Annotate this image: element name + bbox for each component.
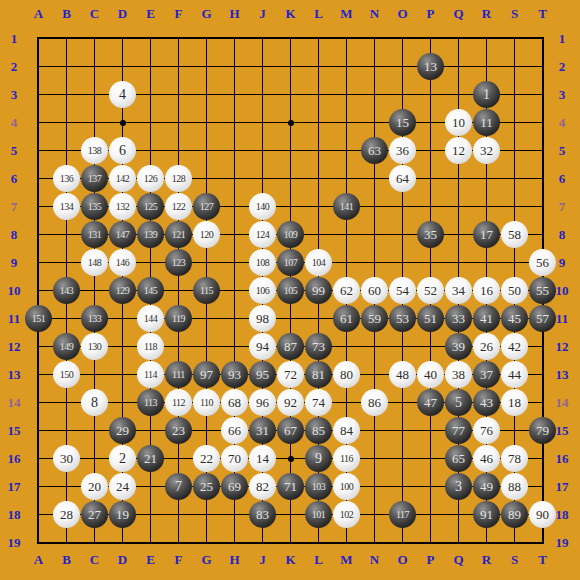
white-stone-S17[interactable]: 88 xyxy=(501,473,528,500)
white-stone-K14[interactable]: 92 xyxy=(277,389,304,416)
black-stone-K9[interactable]: 107 xyxy=(277,249,304,276)
move-number: 108 xyxy=(256,257,270,268)
black-stone-H17[interactable]: 69 xyxy=(221,473,248,500)
move-number: 95 xyxy=(256,367,269,383)
row-label-17-right: 17 xyxy=(551,479,573,495)
black-stone-Q14[interactable]: 5 xyxy=(445,389,472,416)
row-label-13-left: 13 xyxy=(3,367,25,383)
move-number: 47 xyxy=(424,395,437,411)
white-stone-E13[interactable]: 114 xyxy=(137,361,164,388)
black-stone-O4[interactable]: 15 xyxy=(389,109,416,136)
move-number: 30 xyxy=(60,451,73,467)
move-number: 55 xyxy=(536,283,549,299)
white-stone-P10[interactable]: 52 xyxy=(417,277,444,304)
black-stone-R11[interactable]: 41 xyxy=(473,305,500,332)
move-number: 123 xyxy=(172,257,186,268)
move-number: 10 xyxy=(452,115,465,131)
white-stone-F6[interactable]: 128 xyxy=(165,165,192,192)
move-number: 70 xyxy=(228,451,241,467)
black-stone-N11[interactable]: 59 xyxy=(361,305,388,332)
black-stone-G7[interactable]: 127 xyxy=(193,193,220,220)
row-label-3-left: 3 xyxy=(3,87,25,103)
move-number: 51 xyxy=(424,311,437,327)
col-label-N-top: N xyxy=(364,6,386,22)
white-stone-D6[interactable]: 142 xyxy=(109,165,136,192)
row-label-5-right: 5 xyxy=(551,143,573,159)
white-stone-Q13[interactable]: 38 xyxy=(445,361,472,388)
move-number: 19 xyxy=(116,507,129,523)
move-number: 39 xyxy=(452,339,465,355)
black-stone-G17[interactable]: 25 xyxy=(193,473,220,500)
black-stone-E8[interactable]: 139 xyxy=(137,221,164,248)
black-stone-K10[interactable]: 105 xyxy=(277,277,304,304)
white-stone-B6[interactable]: 136 xyxy=(53,165,80,192)
move-number: 72 xyxy=(284,367,297,383)
row-label-10-left: 10 xyxy=(3,283,25,299)
white-stone-M15[interactable]: 84 xyxy=(333,417,360,444)
white-stone-J11[interactable]: 98 xyxy=(249,305,276,332)
move-number: 28 xyxy=(60,507,73,523)
black-stone-R13[interactable]: 37 xyxy=(473,361,500,388)
move-number: 147 xyxy=(116,229,130,240)
black-stone-L13[interactable]: 81 xyxy=(305,361,332,388)
white-stone-D5[interactable]: 6 xyxy=(109,137,136,164)
black-stone-K12[interactable]: 87 xyxy=(277,333,304,360)
white-stone-R16[interactable]: 46 xyxy=(473,445,500,472)
move-number: 149 xyxy=(60,341,74,352)
move-number: 141 xyxy=(340,201,354,212)
move-number: 27 xyxy=(88,507,101,523)
row-label-1-right: 1 xyxy=(551,31,573,47)
white-stone-O6[interactable]: 64 xyxy=(389,165,416,192)
black-stone-Q11[interactable]: 33 xyxy=(445,305,472,332)
move-number: 59 xyxy=(368,311,381,327)
col-label-S-bottom: S xyxy=(504,552,526,568)
black-stone-Q15[interactable]: 77 xyxy=(445,417,472,444)
move-number: 113 xyxy=(144,397,157,408)
black-stone-E10[interactable]: 145 xyxy=(137,277,164,304)
black-stone-T11[interactable]: 57 xyxy=(529,305,556,332)
white-stone-H14[interactable]: 68 xyxy=(221,389,248,416)
move-number: 81 xyxy=(312,367,325,383)
white-stone-C5[interactable]: 138 xyxy=(81,137,108,164)
white-stone-N10[interactable]: 60 xyxy=(361,277,388,304)
black-stone-J18[interactable]: 83 xyxy=(249,501,276,528)
white-stone-O5[interactable]: 36 xyxy=(389,137,416,164)
move-number: 46 xyxy=(480,451,493,467)
col-label-Q-top: Q xyxy=(448,6,470,22)
black-stone-O11[interactable]: 53 xyxy=(389,305,416,332)
col-label-N-bottom: N xyxy=(364,552,386,568)
move-number: 58 xyxy=(508,227,521,243)
col-label-A-bottom: A xyxy=(28,552,50,568)
white-stone-J16[interactable]: 14 xyxy=(249,445,276,472)
move-number: 118 xyxy=(144,341,157,352)
black-stone-L18[interactable]: 101 xyxy=(305,501,332,528)
move-number: 84 xyxy=(340,423,353,439)
white-stone-D7[interactable]: 132 xyxy=(109,193,136,220)
white-stone-S12[interactable]: 42 xyxy=(501,333,528,360)
move-number: 145 xyxy=(144,285,158,296)
col-label-R-top: R xyxy=(476,6,498,22)
white-stone-O10[interactable]: 54 xyxy=(389,277,416,304)
col-label-D-top: D xyxy=(112,6,134,22)
white-stone-M16[interactable]: 116 xyxy=(333,445,360,472)
move-number: 140 xyxy=(256,201,270,212)
white-stone-Q10[interactable]: 34 xyxy=(445,277,472,304)
move-number: 121 xyxy=(172,229,186,240)
col-label-C-top: C xyxy=(84,6,106,22)
white-stone-Q5[interactable]: 12 xyxy=(445,137,472,164)
move-number: 131 xyxy=(88,229,102,240)
black-stone-L15[interactable]: 85 xyxy=(305,417,332,444)
move-number: 128 xyxy=(172,173,186,184)
white-stone-J12[interactable]: 94 xyxy=(249,333,276,360)
move-number: 1 xyxy=(483,87,490,103)
move-number: 42 xyxy=(508,339,521,355)
move-number: 130 xyxy=(88,341,102,352)
move-number: 45 xyxy=(508,311,521,327)
white-stone-E11[interactable]: 144 xyxy=(137,305,164,332)
white-stone-D17[interactable]: 24 xyxy=(109,473,136,500)
white-stone-J8[interactable]: 124 xyxy=(249,221,276,248)
white-stone-S14[interactable]: 18 xyxy=(501,389,528,416)
move-number: 34 xyxy=(452,283,465,299)
move-number: 114 xyxy=(144,369,157,380)
move-number: 67 xyxy=(284,423,297,439)
row-label-6-left: 6 xyxy=(3,171,25,187)
go-board: ABCDEFGHJKLMNOPQRST ABCDEFGHJKLMNOPQRST … xyxy=(0,0,580,580)
move-number: 142 xyxy=(116,173,130,184)
white-stone-J10[interactable]: 106 xyxy=(249,277,276,304)
move-number: 37 xyxy=(480,367,493,383)
white-stone-M17[interactable]: 100 xyxy=(333,473,360,500)
white-stone-S13[interactable]: 44 xyxy=(501,361,528,388)
move-number: 150 xyxy=(60,369,74,380)
white-stone-T9[interactable]: 56 xyxy=(529,249,556,276)
white-stone-E12[interactable]: 118 xyxy=(137,333,164,360)
black-stone-D18[interactable]: 19 xyxy=(109,501,136,528)
move-number: 109 xyxy=(284,229,298,240)
white-stone-D16[interactable]: 2 xyxy=(109,445,136,472)
white-stone-F7[interactable]: 122 xyxy=(165,193,192,220)
white-stone-T18[interactable]: 90 xyxy=(529,501,556,528)
row-label-3-right: 3 xyxy=(551,87,573,103)
move-number: 6 xyxy=(119,143,126,159)
col-label-S-top: S xyxy=(504,6,526,22)
white-stone-L14[interactable]: 74 xyxy=(305,389,332,416)
move-number: 63 xyxy=(368,143,381,159)
move-number: 17 xyxy=(480,227,493,243)
white-stone-O13[interactable]: 48 xyxy=(389,361,416,388)
black-stone-K17[interactable]: 71 xyxy=(277,473,304,500)
black-stone-K8[interactable]: 109 xyxy=(277,221,304,248)
black-stone-E7[interactable]: 125 xyxy=(137,193,164,220)
white-stone-C17[interactable]: 20 xyxy=(81,473,108,500)
col-label-P-top: P xyxy=(420,6,442,22)
row-label-19-left: 19 xyxy=(3,535,25,551)
black-stone-L12[interactable]: 73 xyxy=(305,333,332,360)
black-stone-C11[interactable]: 133 xyxy=(81,305,108,332)
move-number: 65 xyxy=(452,451,465,467)
white-stone-M10[interactable]: 62 xyxy=(333,277,360,304)
col-label-F-top: F xyxy=(168,6,190,22)
move-number: 101 xyxy=(312,509,326,520)
black-stone-C8[interactable]: 131 xyxy=(81,221,108,248)
move-number: 82 xyxy=(256,479,269,495)
row-label-2-left: 2 xyxy=(3,59,25,75)
move-number: 111 xyxy=(172,369,185,380)
row-label-14-right: 14 xyxy=(551,395,573,411)
row-label-14-left: 14 xyxy=(3,395,25,411)
row-label-6-right: 6 xyxy=(551,171,573,187)
black-stone-D10[interactable]: 129 xyxy=(109,277,136,304)
black-stone-L16[interactable]: 9 xyxy=(305,445,332,472)
black-stone-Q12[interactable]: 39 xyxy=(445,333,472,360)
move-number: 136 xyxy=(60,173,74,184)
move-number: 93 xyxy=(228,367,241,383)
move-number: 26 xyxy=(480,339,493,355)
move-number: 106 xyxy=(256,285,270,296)
move-number: 92 xyxy=(284,395,297,411)
black-stone-G13[interactable]: 97 xyxy=(193,361,220,388)
black-stone-M7[interactable]: 141 xyxy=(333,193,360,220)
black-stone-G10[interactable]: 115 xyxy=(193,277,220,304)
black-stone-R18[interactable]: 91 xyxy=(473,501,500,528)
move-number: 96 xyxy=(256,395,269,411)
white-stone-B13[interactable]: 150 xyxy=(53,361,80,388)
move-number: 126 xyxy=(144,173,158,184)
move-number: 144 xyxy=(144,313,158,324)
col-label-L-bottom: L xyxy=(308,552,330,568)
col-label-J-top: J xyxy=(252,6,274,22)
black-stone-P11[interactable]: 51 xyxy=(417,305,444,332)
move-number: 134 xyxy=(60,201,74,212)
move-number: 23 xyxy=(172,423,185,439)
black-stone-M11[interactable]: 61 xyxy=(333,305,360,332)
black-stone-B12[interactable]: 149 xyxy=(53,333,80,360)
white-stone-G14[interactable]: 110 xyxy=(193,389,220,416)
white-stone-C12[interactable]: 130 xyxy=(81,333,108,360)
black-stone-D8[interactable]: 147 xyxy=(109,221,136,248)
col-label-J-bottom: J xyxy=(252,552,274,568)
move-number: 52 xyxy=(424,283,437,299)
black-stone-J15[interactable]: 31 xyxy=(249,417,276,444)
white-stone-M13[interactable]: 80 xyxy=(333,361,360,388)
black-stone-K15[interactable]: 67 xyxy=(277,417,304,444)
white-stone-S8[interactable]: 58 xyxy=(501,221,528,248)
col-label-G-top: G xyxy=(196,6,218,22)
black-stone-F11[interactable]: 119 xyxy=(165,305,192,332)
white-stone-B16[interactable]: 30 xyxy=(53,445,80,472)
move-number: 43 xyxy=(480,395,493,411)
move-number: 94 xyxy=(256,339,269,355)
row-label-18-left: 18 xyxy=(3,507,25,523)
black-stone-E14[interactable]: 113 xyxy=(137,389,164,416)
col-label-C-bottom: C xyxy=(84,552,106,568)
move-number: 100 xyxy=(340,481,354,492)
black-stone-F17[interactable]: 7 xyxy=(165,473,192,500)
move-number: 116 xyxy=(340,453,353,464)
white-stone-G8[interactable]: 120 xyxy=(193,221,220,248)
move-number: 25 xyxy=(200,479,213,495)
star-point-K16 xyxy=(288,456,294,462)
move-number: 69 xyxy=(228,479,241,495)
black-stone-T10[interactable]: 55 xyxy=(529,277,556,304)
row-label-15-left: 15 xyxy=(3,423,25,439)
black-stone-C18[interactable]: 27 xyxy=(81,501,108,528)
row-label-12-right: 12 xyxy=(551,339,573,355)
white-stone-D3[interactable]: 4 xyxy=(109,81,136,108)
black-stone-C6[interactable]: 137 xyxy=(81,165,108,192)
white-stone-C9[interactable]: 148 xyxy=(81,249,108,276)
move-number: 2 xyxy=(119,451,126,467)
move-number: 115 xyxy=(200,285,213,296)
move-number: 36 xyxy=(396,143,409,159)
white-stone-S16[interactable]: 78 xyxy=(501,445,528,472)
white-stone-J17[interactable]: 82 xyxy=(249,473,276,500)
move-number: 102 xyxy=(340,509,354,520)
white-stone-R15[interactable]: 76 xyxy=(473,417,500,444)
white-stone-L9[interactable]: 104 xyxy=(305,249,332,276)
black-stone-F9[interactable]: 123 xyxy=(165,249,192,276)
white-stone-N14[interactable]: 86 xyxy=(361,389,388,416)
white-stone-J14[interactable]: 96 xyxy=(249,389,276,416)
black-stone-B10[interactable]: 143 xyxy=(53,277,80,304)
white-stone-R12[interactable]: 26 xyxy=(473,333,500,360)
black-stone-L17[interactable]: 103 xyxy=(305,473,332,500)
move-number: 22 xyxy=(200,451,213,467)
move-number: 33 xyxy=(452,311,465,327)
move-number: 62 xyxy=(340,283,353,299)
white-stone-G16[interactable]: 22 xyxy=(193,445,220,472)
row-label-2-right: 2 xyxy=(551,59,573,75)
col-label-O-bottom: O xyxy=(392,552,414,568)
move-number: 135 xyxy=(88,201,102,212)
row-label-1-left: 1 xyxy=(3,31,25,47)
move-number: 7 xyxy=(175,479,182,495)
white-stone-K13[interactable]: 72 xyxy=(277,361,304,388)
move-number: 32 xyxy=(480,143,493,159)
black-stone-R17[interactable]: 49 xyxy=(473,473,500,500)
white-stone-S10[interactable]: 50 xyxy=(501,277,528,304)
black-stone-P14[interactable]: 47 xyxy=(417,389,444,416)
move-number: 3 xyxy=(455,479,462,495)
black-stone-F15[interactable]: 23 xyxy=(165,417,192,444)
white-stone-H15[interactable]: 66 xyxy=(221,417,248,444)
col-label-R-bottom: R xyxy=(476,552,498,568)
black-stone-A11[interactable]: 151 xyxy=(25,305,52,332)
row-label-17-left: 17 xyxy=(3,479,25,495)
move-number: 29 xyxy=(116,423,129,439)
col-label-K-top: K xyxy=(280,6,302,22)
white-stone-P13[interactable]: 40 xyxy=(417,361,444,388)
move-number: 127 xyxy=(200,201,214,212)
col-label-M-top: M xyxy=(336,6,358,22)
black-stone-R3[interactable]: 1 xyxy=(473,81,500,108)
row-label-8-left: 8 xyxy=(3,227,25,243)
move-number: 4 xyxy=(119,87,126,103)
col-label-H-top: H xyxy=(224,6,246,22)
black-stone-N5[interactable]: 63 xyxy=(361,137,388,164)
move-number: 138 xyxy=(88,145,102,156)
white-stone-H16[interactable]: 70 xyxy=(221,445,248,472)
col-label-P-bottom: P xyxy=(420,552,442,568)
white-stone-B7[interactable]: 134 xyxy=(53,193,80,220)
black-stone-D15[interactable]: 29 xyxy=(109,417,136,444)
move-number: 66 xyxy=(228,423,241,439)
move-number: 85 xyxy=(312,423,325,439)
white-stone-B18[interactable]: 28 xyxy=(53,501,80,528)
black-stone-L10[interactable]: 99 xyxy=(305,277,332,304)
move-number: 87 xyxy=(284,339,297,355)
move-number: 35 xyxy=(424,227,437,243)
white-stone-M18[interactable]: 102 xyxy=(333,501,360,528)
white-stone-C14[interactable]: 8 xyxy=(81,389,108,416)
col-label-D-bottom: D xyxy=(112,552,134,568)
black-stone-J13[interactable]: 95 xyxy=(249,361,276,388)
row-label-12-left: 12 xyxy=(3,339,25,355)
black-stone-R8[interactable]: 17 xyxy=(473,221,500,248)
move-number: 18 xyxy=(508,395,521,411)
white-stone-E6[interactable]: 126 xyxy=(137,165,164,192)
move-number: 125 xyxy=(144,201,158,212)
white-stone-R10[interactable]: 16 xyxy=(473,277,500,304)
move-number: 122 xyxy=(172,201,186,212)
move-number: 15 xyxy=(396,115,409,131)
white-stone-F14[interactable]: 112 xyxy=(165,389,192,416)
black-stone-S18[interactable]: 89 xyxy=(501,501,528,528)
move-number: 91 xyxy=(480,507,493,523)
move-number: 24 xyxy=(116,479,129,495)
white-stone-J9[interactable]: 108 xyxy=(249,249,276,276)
white-stone-J7[interactable]: 140 xyxy=(249,193,276,220)
white-stone-Q4[interactable]: 10 xyxy=(445,109,472,136)
move-number: 139 xyxy=(144,229,158,240)
move-number: 56 xyxy=(536,255,549,271)
black-stone-O18[interactable]: 117 xyxy=(389,501,416,528)
black-stone-R4[interactable]: 11 xyxy=(473,109,500,136)
move-number: 60 xyxy=(368,283,381,299)
black-stone-P8[interactable]: 35 xyxy=(417,221,444,248)
black-stone-S11[interactable]: 45 xyxy=(501,305,528,332)
move-number: 107 xyxy=(284,257,298,268)
white-stone-D9[interactable]: 146 xyxy=(109,249,136,276)
move-number: 49 xyxy=(480,479,493,495)
black-stone-F13[interactable]: 111 xyxy=(165,361,192,388)
black-stone-Q17[interactable]: 3 xyxy=(445,473,472,500)
black-stone-T15[interactable]: 79 xyxy=(529,417,556,444)
col-label-Q-bottom: Q xyxy=(448,552,470,568)
black-stone-R14[interactable]: 43 xyxy=(473,389,500,416)
black-stone-C7[interactable]: 135 xyxy=(81,193,108,220)
white-stone-R5[interactable]: 32 xyxy=(473,137,500,164)
row-label-8-right: 8 xyxy=(551,227,573,243)
col-label-K-bottom: K xyxy=(280,552,302,568)
move-number: 132 xyxy=(116,201,130,212)
move-number: 104 xyxy=(312,257,326,268)
black-stone-P2[interactable]: 13 xyxy=(417,53,444,80)
move-number: 83 xyxy=(256,507,269,523)
black-stone-Q16[interactable]: 65 xyxy=(445,445,472,472)
row-label-16-left: 16 xyxy=(3,451,25,467)
black-stone-F8[interactable]: 121 xyxy=(165,221,192,248)
move-number: 112 xyxy=(172,397,185,408)
black-stone-H13[interactable]: 93 xyxy=(221,361,248,388)
col-label-M-bottom: M xyxy=(336,552,358,568)
move-number: 11 xyxy=(480,115,493,131)
black-stone-E16[interactable]: 21 xyxy=(137,445,164,472)
